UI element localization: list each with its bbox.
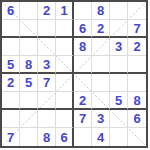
cell-r4c4[interactable] xyxy=(56,56,74,74)
cell-r8c2[interactable] xyxy=(20,128,38,146)
cell-r4c7[interactable] xyxy=(110,56,128,74)
cell-r4c2[interactable]: 8 xyxy=(20,56,38,74)
cell-r4c8[interactable] xyxy=(128,56,146,74)
cell-r3c6[interactable] xyxy=(92,38,110,56)
cell-r8c5[interactable] xyxy=(74,128,92,146)
cell-r2c3[interactable] xyxy=(38,20,56,38)
cell-r6c6[interactable] xyxy=(92,92,110,110)
cell-r5c7[interactable] xyxy=(110,74,128,92)
cell-r6c3[interactable] xyxy=(38,92,56,110)
cell-r2c4[interactable] xyxy=(56,20,74,38)
cell-r3c5[interactable]: 8 xyxy=(74,38,92,56)
cell-r4c6[interactable] xyxy=(92,56,110,74)
cell-r3c2[interactable] xyxy=(20,38,38,56)
cell-r1c3[interactable]: 2 xyxy=(38,2,56,20)
cell-r3c3[interactable] xyxy=(38,38,56,56)
cell-r8c1[interactable]: 7 xyxy=(2,128,20,146)
cell-r2c7[interactable] xyxy=(110,20,128,38)
cell-r7c1[interactable] xyxy=(2,110,20,128)
cell-r2c1[interactable] xyxy=(2,20,20,38)
cell-r3c8[interactable]: 2 xyxy=(128,38,146,56)
cell-r7c7[interactable] xyxy=(110,110,128,128)
cell-r7c5[interactable]: 7 xyxy=(74,110,92,128)
cell-r1c6[interactable]: 8 xyxy=(92,2,110,20)
cell-r6c8[interactable]: 8 xyxy=(128,92,146,110)
cell-r6c2[interactable] xyxy=(20,92,38,110)
cell-r1c4[interactable]: 1 xyxy=(56,2,74,20)
cell-r5c5[interactable] xyxy=(74,74,92,92)
cell-r3c1[interactable] xyxy=(2,38,20,56)
cell-r5c1[interactable]: 2 xyxy=(2,74,20,92)
cell-r1c7[interactable] xyxy=(110,2,128,20)
cell-r2c5[interactable]: 6 xyxy=(74,20,92,38)
cell-r4c1[interactable]: 5 xyxy=(2,56,20,74)
cell-r3c7[interactable]: 3 xyxy=(110,38,128,56)
cell-r5c3[interactable]: 7 xyxy=(38,74,56,92)
cell-r6c4[interactable] xyxy=(56,92,74,110)
cell-r8c7[interactable] xyxy=(110,128,128,146)
cell-r8c4[interactable]: 6 xyxy=(56,128,74,146)
cell-r6c1[interactable] xyxy=(2,92,20,110)
cell-r8c8[interactable] xyxy=(128,128,146,146)
cell-r1c5[interactable] xyxy=(74,2,92,20)
cell-r4c3[interactable]: 3 xyxy=(38,56,56,74)
cell-r2c2[interactable] xyxy=(20,20,38,38)
cell-r1c8[interactable] xyxy=(128,2,146,20)
sudoku-board: 62186278325832572587367864 xyxy=(0,0,148,148)
cell-r7c8[interactable]: 6 xyxy=(128,110,146,128)
cell-r7c3[interactable] xyxy=(38,110,56,128)
cell-r2c6[interactable]: 2 xyxy=(92,20,110,38)
cell-r4c5[interactable] xyxy=(74,56,92,74)
cell-r1c2[interactable] xyxy=(20,2,38,20)
cell-r1c1[interactable]: 6 xyxy=(2,2,20,20)
cell-r7c4[interactable] xyxy=(56,110,74,128)
cell-r7c6[interactable]: 3 xyxy=(92,110,110,128)
cell-r5c6[interactable] xyxy=(92,74,110,92)
cell-r8c3[interactable]: 8 xyxy=(38,128,56,146)
cell-r2c8[interactable]: 7 xyxy=(128,20,146,38)
cell-r8c6[interactable]: 4 xyxy=(92,128,110,146)
cell-r3c4[interactable] xyxy=(56,38,74,56)
cell-r5c4[interactable] xyxy=(56,74,74,92)
cell-r7c2[interactable] xyxy=(20,110,38,128)
cell-r5c8[interactable] xyxy=(128,74,146,92)
cell-r5c2[interactable]: 5 xyxy=(20,74,38,92)
cell-r6c7[interactable]: 5 xyxy=(110,92,128,110)
cell-r6c5[interactable]: 2 xyxy=(74,92,92,110)
